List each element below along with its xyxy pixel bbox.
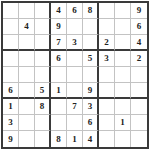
cell-r7c5-given[interactable]: 7 bbox=[67, 99, 83, 115]
cell-r4c1-empty[interactable] bbox=[3, 51, 19, 67]
cell-r8c3-empty[interactable] bbox=[35, 115, 51, 131]
cell-r5c9-empty[interactable] bbox=[131, 67, 147, 83]
cell-r3c2-empty[interactable] bbox=[19, 35, 35, 51]
cell-r9c9-empty[interactable] bbox=[131, 131, 147, 147]
cell-r8c5-empty[interactable] bbox=[67, 115, 83, 131]
cell-r3c6-empty[interactable] bbox=[83, 35, 99, 51]
cell-r1c1-empty[interactable] bbox=[3, 3, 19, 19]
cell-r4c4-given[interactable]: 6 bbox=[51, 51, 67, 67]
cell-r2c5-empty[interactable] bbox=[67, 19, 83, 35]
cell-r6c4-given[interactable]: 1 bbox=[51, 83, 67, 99]
sudoku-board: 468949673246532651918733619814 bbox=[1, 1, 149, 149]
cell-r8c1-given[interactable]: 3 bbox=[3, 115, 19, 131]
cell-r5c8-empty[interactable] bbox=[115, 67, 131, 83]
cell-r2c3-empty[interactable] bbox=[35, 19, 51, 35]
cell-r7c2-empty[interactable] bbox=[19, 99, 35, 115]
cell-r8c8-given[interactable]: 1 bbox=[115, 115, 131, 131]
cell-r5c3-empty[interactable] bbox=[35, 67, 51, 83]
cell-r9c1-given[interactable]: 9 bbox=[3, 131, 19, 147]
cell-r5c2-empty[interactable] bbox=[19, 67, 35, 83]
cell-r2c8-empty[interactable] bbox=[115, 19, 131, 35]
cell-r8c6-given[interactable]: 6 bbox=[83, 115, 99, 131]
cell-r6c8-empty[interactable] bbox=[115, 83, 131, 99]
cell-r6c9-empty[interactable] bbox=[131, 83, 147, 99]
cell-r1c9-given[interactable]: 9 bbox=[131, 3, 147, 19]
cell-r8c7-empty[interactable] bbox=[99, 115, 115, 131]
cell-r8c9-empty[interactable] bbox=[131, 115, 147, 131]
cell-r8c2-empty[interactable] bbox=[19, 115, 35, 131]
cell-r2c9-given[interactable]: 6 bbox=[131, 19, 147, 35]
cell-r9c5-given[interactable]: 1 bbox=[67, 131, 83, 147]
cell-r2c1-empty[interactable] bbox=[3, 19, 19, 35]
cell-r6c6-given[interactable]: 9 bbox=[83, 83, 99, 99]
cell-r7c9-empty[interactable] bbox=[131, 99, 147, 115]
cell-r4c9-given[interactable]: 2 bbox=[131, 51, 147, 67]
cell-r6c1-given[interactable]: 6 bbox=[3, 83, 19, 99]
cell-r3c3-empty[interactable] bbox=[35, 35, 51, 51]
cell-r9c6-given[interactable]: 4 bbox=[83, 131, 99, 147]
cell-r4c2-empty[interactable] bbox=[19, 51, 35, 67]
cell-r3c5-given[interactable]: 3 bbox=[67, 35, 83, 51]
cell-r6c3-given[interactable]: 5 bbox=[35, 83, 51, 99]
cell-r6c5-empty[interactable] bbox=[67, 83, 83, 99]
cell-r5c5-empty[interactable] bbox=[67, 67, 83, 83]
cell-r2c6-empty[interactable] bbox=[83, 19, 99, 35]
cell-r4c3-empty[interactable] bbox=[35, 51, 51, 67]
cell-r9c7-empty[interactable] bbox=[99, 131, 115, 147]
cell-r1c7-empty[interactable] bbox=[99, 3, 115, 19]
cell-r5c6-empty[interactable] bbox=[83, 67, 99, 83]
cell-r5c1-empty[interactable] bbox=[3, 67, 19, 83]
cell-r4c6-given[interactable]: 5 bbox=[83, 51, 99, 67]
cell-r1c4-given[interactable]: 4 bbox=[51, 3, 67, 19]
cell-r4c7-given[interactable]: 3 bbox=[99, 51, 115, 67]
cell-r5c7-empty[interactable] bbox=[99, 67, 115, 83]
cell-r6c2-empty[interactable] bbox=[19, 83, 35, 99]
cell-r9c4-given[interactable]: 8 bbox=[51, 131, 67, 147]
cell-r4c8-empty[interactable] bbox=[115, 51, 131, 67]
cell-r7c3-given[interactable]: 8 bbox=[35, 99, 51, 115]
cell-r6c7-empty[interactable] bbox=[99, 83, 115, 99]
cell-r8c4-empty[interactable] bbox=[51, 115, 67, 131]
cell-r3c8-empty[interactable] bbox=[115, 35, 131, 51]
cell-r9c3-empty[interactable] bbox=[35, 131, 51, 147]
cell-r2c7-empty[interactable] bbox=[99, 19, 115, 35]
cell-r4c5-empty[interactable] bbox=[67, 51, 83, 67]
cell-r3c1-empty[interactable] bbox=[3, 35, 19, 51]
cell-r5c4-empty[interactable] bbox=[51, 67, 67, 83]
cell-r2c2-given[interactable]: 4 bbox=[19, 19, 35, 35]
cell-r7c6-given[interactable]: 3 bbox=[83, 99, 99, 115]
cell-r3c7-given[interactable]: 2 bbox=[99, 35, 115, 51]
cell-r9c8-empty[interactable] bbox=[115, 131, 131, 147]
cell-r1c2-empty[interactable] bbox=[19, 3, 35, 19]
cell-r1c3-empty[interactable] bbox=[35, 3, 51, 19]
cell-r1c8-empty[interactable] bbox=[115, 3, 131, 19]
cell-r7c8-empty[interactable] bbox=[115, 99, 131, 115]
cell-r1c5-given[interactable]: 6 bbox=[67, 3, 83, 19]
cell-r1c6-given[interactable]: 8 bbox=[83, 3, 99, 19]
cell-r2c4-given[interactable]: 9 bbox=[51, 19, 67, 35]
sudoku-page: 468949673246532651918733619814 bbox=[0, 0, 150, 150]
cell-r3c4-given[interactable]: 7 bbox=[51, 35, 67, 51]
cell-r7c4-empty[interactable] bbox=[51, 99, 67, 115]
cell-r9c2-empty[interactable] bbox=[19, 131, 35, 147]
cell-r3c9-given[interactable]: 4 bbox=[131, 35, 147, 51]
cell-r7c7-empty[interactable] bbox=[99, 99, 115, 115]
cell-r7c1-given[interactable]: 1 bbox=[3, 99, 19, 115]
